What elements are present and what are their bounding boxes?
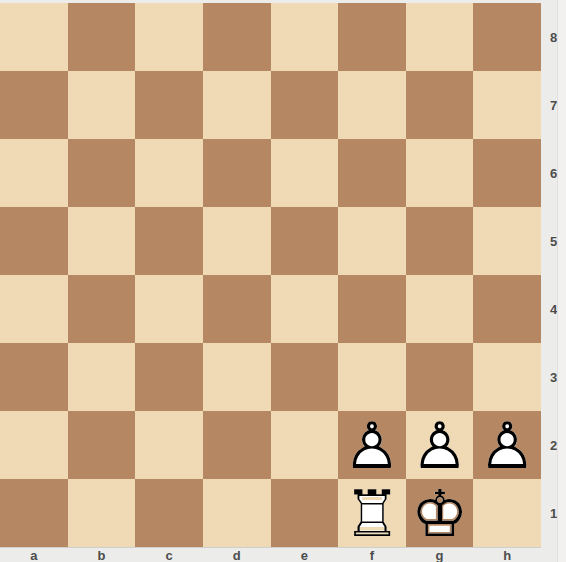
- square-b7[interactable]: [68, 71, 136, 139]
- square-h1[interactable]: [473, 479, 541, 547]
- square-a2[interactable]: [0, 411, 68, 479]
- square-d3[interactable]: [203, 343, 271, 411]
- square-g2[interactable]: ♟♙: [406, 411, 474, 479]
- file-label-h: h: [473, 547, 541, 562]
- square-c5[interactable]: [135, 207, 203, 275]
- scrollbar-track[interactable]: [557, 0, 566, 562]
- chess-board: ♟♙♟♙♟♙♜♖♚♔: [0, 3, 541, 547]
- square-e3[interactable]: [271, 343, 339, 411]
- square-e5[interactable]: [271, 207, 339, 275]
- square-g7[interactable]: [406, 71, 474, 139]
- square-a5[interactable]: [0, 207, 68, 275]
- square-f5[interactable]: [338, 207, 406, 275]
- square-a6[interactable]: [0, 139, 68, 207]
- square-a3[interactable]: [0, 343, 68, 411]
- square-f7[interactable]: [338, 71, 406, 139]
- square-e4[interactable]: [271, 275, 339, 343]
- white-pawn[interactable]: ♟♙: [406, 411, 474, 479]
- square-b4[interactable]: [68, 275, 136, 343]
- square-b5[interactable]: [68, 207, 136, 275]
- square-g8[interactable]: [406, 3, 474, 71]
- file-label-d: d: [203, 547, 271, 562]
- white-rook[interactable]: ♜♖: [338, 479, 406, 547]
- square-h4[interactable]: [473, 275, 541, 343]
- white-pawn[interactable]: ♟♙: [473, 411, 541, 479]
- white-king[interactable]: ♚♔: [406, 479, 474, 547]
- white-rook-glyph-outline: ♖: [338, 480, 406, 548]
- white-pawn[interactable]: ♟♙: [338, 411, 406, 479]
- square-b1[interactable]: [68, 479, 136, 547]
- file-label-a: a: [0, 547, 68, 562]
- square-f8[interactable]: [338, 3, 406, 71]
- square-b8[interactable]: [68, 3, 136, 71]
- square-a1[interactable]: [0, 479, 68, 547]
- square-g4[interactable]: [406, 275, 474, 343]
- square-e7[interactable]: [271, 71, 339, 139]
- square-c8[interactable]: [135, 3, 203, 71]
- square-c2[interactable]: [135, 411, 203, 479]
- square-h2[interactable]: ♟♙: [473, 411, 541, 479]
- square-d5[interactable]: [203, 207, 271, 275]
- square-f1[interactable]: ♜♖: [338, 479, 406, 547]
- file-label-c: c: [135, 547, 203, 562]
- square-h5[interactable]: [473, 207, 541, 275]
- square-d1[interactable]: [203, 479, 271, 547]
- square-h8[interactable]: [473, 3, 541, 71]
- square-e8[interactable]: [271, 3, 339, 71]
- square-d8[interactable]: [203, 3, 271, 71]
- square-a4[interactable]: [0, 275, 68, 343]
- white-pawn-glyph-outline: ♙: [338, 412, 406, 480]
- square-e1[interactable]: [271, 479, 339, 547]
- file-label-e: e: [271, 547, 339, 562]
- square-g5[interactable]: [406, 207, 474, 275]
- square-a7[interactable]: [0, 71, 68, 139]
- square-c6[interactable]: [135, 139, 203, 207]
- square-h7[interactable]: [473, 71, 541, 139]
- square-h3[interactable]: [473, 343, 541, 411]
- file-coordinates: abcdefgh: [0, 547, 541, 562]
- file-label-b: b: [68, 547, 136, 562]
- square-a8[interactable]: [0, 3, 68, 71]
- square-e2[interactable]: [271, 411, 339, 479]
- square-f6[interactable]: [338, 139, 406, 207]
- square-g3[interactable]: [406, 343, 474, 411]
- square-d7[interactable]: [203, 71, 271, 139]
- chess-app: ♟♙♟♙♟♙♜♖♚♔ 87654321 abcdefgh: [0, 0, 566, 562]
- white-king-glyph-outline: ♔: [406, 480, 474, 548]
- square-h6[interactable]: [473, 139, 541, 207]
- white-pawn-glyph-outline: ♙: [406, 412, 474, 480]
- square-c3[interactable]: [135, 343, 203, 411]
- white-pawn-glyph-outline: ♙: [473, 412, 541, 480]
- square-f4[interactable]: [338, 275, 406, 343]
- square-d2[interactable]: [203, 411, 271, 479]
- square-b2[interactable]: [68, 411, 136, 479]
- square-d6[interactable]: [203, 139, 271, 207]
- square-c7[interactable]: [135, 71, 203, 139]
- square-d4[interactable]: [203, 275, 271, 343]
- square-b6[interactable]: [68, 139, 136, 207]
- file-label-f: f: [338, 547, 406, 562]
- square-g1[interactable]: ♚♔: [406, 479, 474, 547]
- square-c4[interactable]: [135, 275, 203, 343]
- square-b3[interactable]: [68, 343, 136, 411]
- file-label-g: g: [406, 547, 474, 562]
- square-c1[interactable]: [135, 479, 203, 547]
- square-f3[interactable]: [338, 343, 406, 411]
- square-f2[interactable]: ♟♙: [338, 411, 406, 479]
- square-e6[interactable]: [271, 139, 339, 207]
- square-g6[interactable]: [406, 139, 474, 207]
